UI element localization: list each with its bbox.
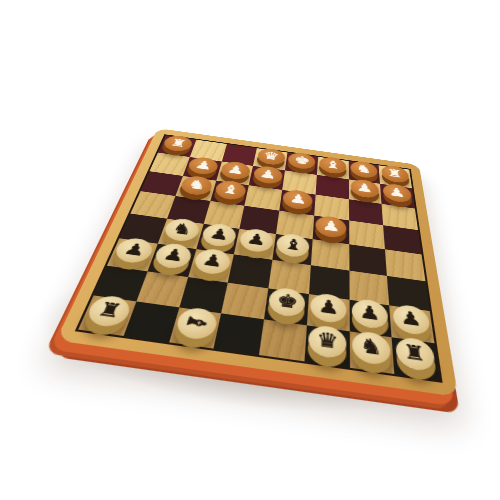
pawn-glyph: ♟ [288,189,307,210]
piece-black-queen-f1[interactable]: ♛ [308,324,347,360]
pawn-glyph: ♟ [120,237,150,263]
piece-white-knight-g8[interactable]: ♞ [350,160,378,179]
pieces-layer: ♜♛♚♝♞♜♟♟♟♟♟♞♝♟♟♞♟♟♝♟♟♟♚♟♟♟♜♝♛♞♜ [56,128,458,397]
pawn-glyph: ♟ [258,165,277,184]
pawn-glyph: ♟ [245,228,268,252]
piece-black-knight-g1[interactable]: ♞ [352,330,391,366]
pawn-glyph: ♟ [399,303,423,334]
piece-white-pawn-d7[interactable]: ♟ [252,165,283,186]
piece-black-rook-h1[interactable]: ♜ [394,335,435,372]
pawn-glyph: ♟ [322,215,341,238]
bishop-glyph: ♝ [220,179,242,199]
bishop-glyph: ♝ [175,310,218,335]
piece-white-pawn-b7[interactable]: ♟ [186,156,219,176]
piece-white-pawn-g7[interactable]: ♟ [350,178,379,199]
knight-glyph: ♞ [169,218,195,242]
piece-white-bishop-f8[interactable]: ♝ [319,156,346,175]
piece-black-pawn-c4[interactable]: ♟ [200,222,238,248]
piece-white-bishop-c6[interactable]: ♝ [213,179,247,201]
pawn-glyph: ♟ [207,223,231,247]
rook-glyph: ♜ [93,294,127,326]
king-glyph: ♚ [275,286,299,316]
rook-glyph: ♜ [167,135,189,152]
pawn-glyph: ♟ [317,292,339,322]
rook-glyph: ♜ [386,165,404,183]
pawn-glyph: ♟ [225,161,246,180]
piece-black-pawn-a3[interactable]: ♟ [112,237,156,265]
piece-black-king-e2[interactable]: ♚ [268,286,307,318]
piece-black-bishop-e4[interactable]: ♝ [276,233,311,260]
piece-black-knight-b4[interactable]: ♞ [162,217,201,243]
bishop-glyph: ♝ [325,156,341,174]
piece-black-pawn-d4[interactable]: ♟ [238,227,274,253]
queen-glyph: ♛ [316,324,339,358]
piece-white-rook-a8[interactable]: ♜ [162,134,195,153]
knight-glyph: ♞ [356,160,372,178]
piece-black-pawn-f2[interactable]: ♟ [310,292,347,325]
piece-white-queen-d8[interactable]: ♛ [256,147,286,166]
piece-black-pawn-b3[interactable]: ♟ [152,242,194,270]
chess-board: ♜♛♚♝♞♜♟♟♟♟♟♞♝♟♟♞♟♟♝♟♟♟♚♟♟♟♜♝♛♞♜ [56,128,458,397]
rook-glyph: ♜ [402,336,428,370]
king-glyph: ♚ [293,152,310,170]
piece-black-bishop-c1[interactable]: ♝ [174,306,220,341]
piece-black-rook-a1[interactable]: ♜ [84,294,134,329]
pawn-glyph: ♟ [359,298,381,329]
piece-white-king-e8[interactable]: ♚ [288,152,317,171]
queen-glyph: ♛ [262,148,281,165]
pawn-glyph: ♟ [160,242,188,268]
knight-glyph: ♞ [360,330,384,364]
pawn-glyph: ♟ [388,183,406,203]
chessboard-scene: ♜♛♚♝♞♜♟♟♟♟♟♞♝♟♟♞♟♟♝♟♟♟♚♟♟♟♜♝♛♞♜ [0,0,500,500]
piece-white-pawn-e6[interactable]: ♟ [282,188,313,210]
piece-black-pawn-g2[interactable]: ♟ [352,297,389,330]
piece-black-pawn-h2[interactable]: ♟ [392,303,431,336]
piece-white-rook-h8[interactable]: ♜ [381,164,410,184]
knight-glyph: ♞ [185,175,208,195]
pawn-glyph: ♟ [199,248,225,275]
piece-white-pawn-c7[interactable]: ♟ [219,160,251,180]
piece-white-pawn-h7[interactable]: ♟ [382,183,412,204]
piece-black-pawn-c3[interactable]: ♟ [192,247,232,276]
pawn-glyph: ♟ [192,156,214,175]
piece-white-knight-b6[interactable]: ♞ [179,175,214,197]
piece-white-pawn-f5[interactable]: ♟ [315,214,346,239]
product-photo-stage: ♜♛♚♝♞♜♟♟♟♟♟♞♝♟♟♞♟♟♝♟♟♟♚♟♟♟♜♝♛♞♜ [0,0,500,500]
pawn-glyph: ♟ [356,178,373,197]
bishop-glyph: ♝ [282,233,303,258]
